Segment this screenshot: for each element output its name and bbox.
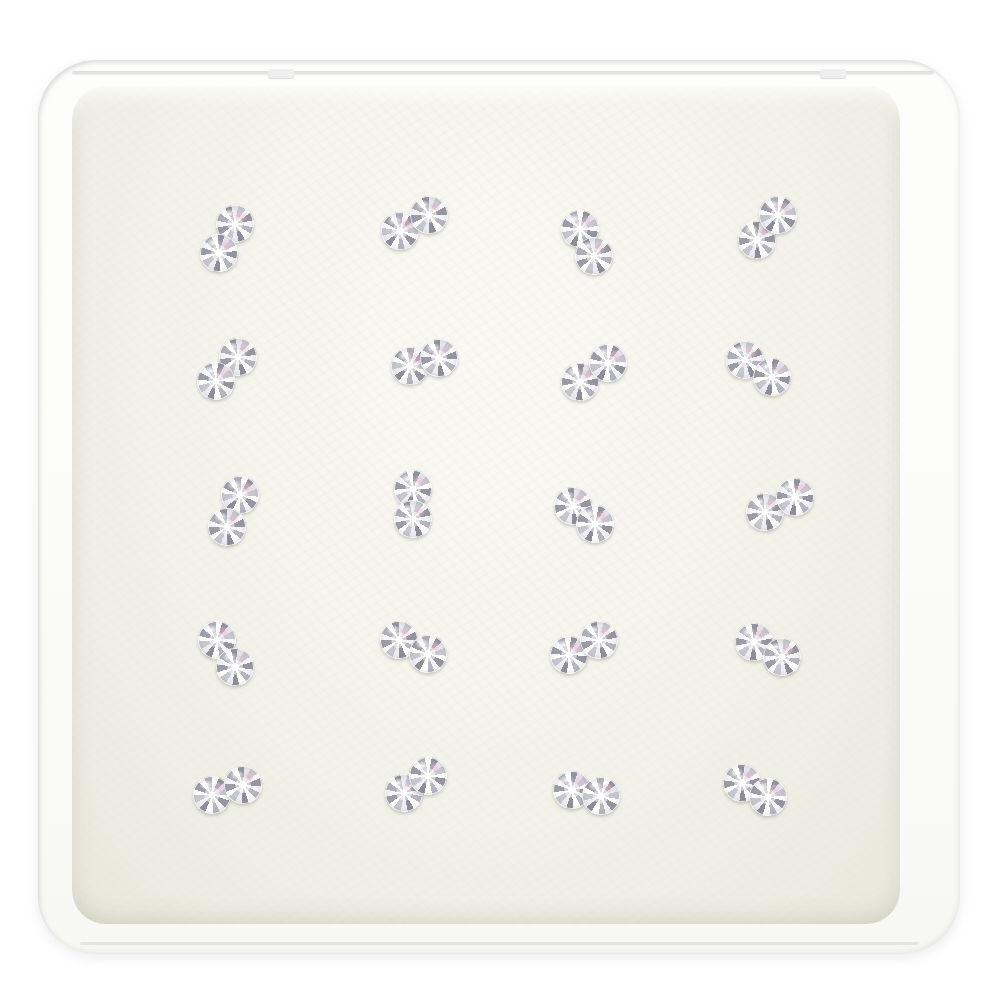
crystal-stud [410, 196, 448, 234]
stud-grid [0, 0, 1000, 1000]
crystal-stud [776, 478, 814, 516]
crystal-stud [763, 638, 801, 676]
crystal-stud [420, 339, 458, 377]
crystal-stud [200, 234, 238, 272]
crystal-stud [224, 766, 262, 804]
crystal-stud [208, 508, 246, 546]
crystal-stud [409, 757, 447, 795]
crystal-stud [749, 778, 787, 816]
crystal-stud [582, 777, 620, 815]
crystal-stud [580, 621, 618, 659]
crystal-stud [394, 500, 432, 538]
crystal-stud [589, 344, 627, 382]
crystal-stud [759, 196, 797, 234]
crystal-stud [576, 505, 614, 543]
crystal-stud [753, 358, 791, 396]
crystal-stud [197, 362, 235, 400]
crystal-stud [575, 237, 613, 275]
crystal-stud [216, 648, 254, 686]
product-photo [0, 0, 1000, 1000]
crystal-stud [409, 635, 447, 673]
